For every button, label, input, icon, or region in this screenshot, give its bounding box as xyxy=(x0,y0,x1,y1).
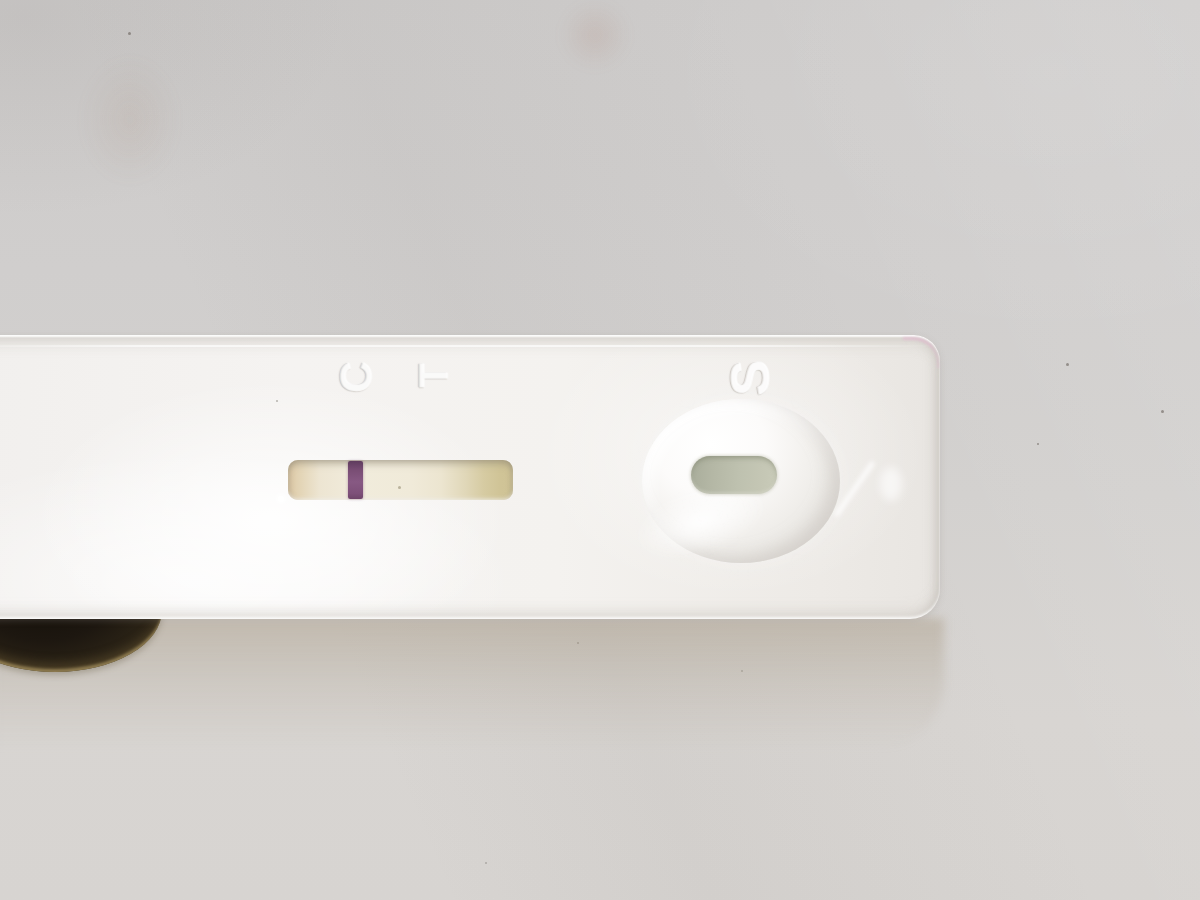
sample-well-opening xyxy=(691,456,777,494)
dust-speck xyxy=(485,862,487,864)
dust-speck xyxy=(128,32,131,35)
test-label-text: T xyxy=(411,363,456,387)
scratch-highlight-blob xyxy=(880,467,902,501)
cassette-face-step xyxy=(0,345,936,347)
strip-speck xyxy=(398,486,401,489)
dust-speck xyxy=(1037,443,1039,445)
dust-speck xyxy=(1066,363,1069,366)
control-line xyxy=(348,461,363,499)
control-label: C xyxy=(334,357,378,397)
test-label: T xyxy=(412,360,454,390)
test-cassette: C T S xyxy=(0,335,940,619)
dust-speck xyxy=(276,400,278,402)
surface-smudge xyxy=(560,0,630,70)
control-label-text: C xyxy=(331,361,381,393)
specular-glint xyxy=(278,496,284,502)
result-window xyxy=(288,460,513,500)
dust-speck xyxy=(1161,410,1164,413)
sample-well xyxy=(642,399,840,563)
surface-smudge xyxy=(80,55,180,185)
photo-scene: C T S xyxy=(0,0,1200,900)
